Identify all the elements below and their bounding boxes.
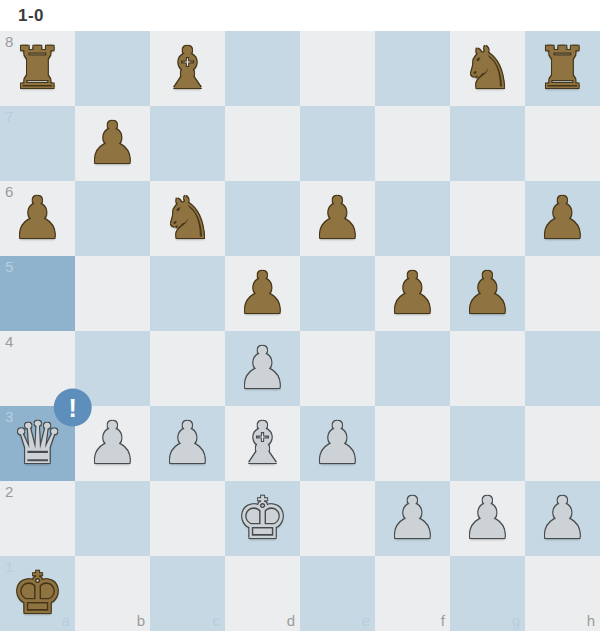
piece-black-pawn[interactable]: ♟ bbox=[375, 256, 450, 331]
rank-label-2: 2 bbox=[5, 484, 13, 499]
square-a8[interactable]: 8♜ bbox=[0, 31, 75, 106]
square-a7[interactable]: 7 bbox=[0, 106, 75, 181]
piece-white-pawn[interactable]: ♟ bbox=[375, 481, 450, 556]
square-f2[interactable]: ♟ bbox=[375, 481, 450, 556]
file-label-b: b bbox=[137, 613, 145, 628]
square-a1[interactable]: 1a♚ bbox=[0, 556, 75, 631]
square-c3[interactable]: ♟ bbox=[150, 406, 225, 481]
square-d6[interactable] bbox=[225, 181, 300, 256]
piece-white-king[interactable]: ♚ bbox=[225, 481, 300, 556]
move-annotation-badge: ! bbox=[54, 389, 92, 427]
square-e6[interactable]: ♟ bbox=[300, 181, 375, 256]
rank-label-5: 5 bbox=[5, 259, 13, 274]
piece-black-pawn[interactable]: ♟ bbox=[75, 106, 150, 181]
game-result: 1-0 bbox=[18, 6, 44, 26]
piece-black-rook[interactable]: ♜ bbox=[525, 31, 600, 106]
piece-black-knight[interactable]: ♞ bbox=[150, 181, 225, 256]
piece-black-rook[interactable]: ♜ bbox=[0, 31, 75, 106]
square-d2[interactable]: ♚ bbox=[225, 481, 300, 556]
square-e4[interactable] bbox=[300, 331, 375, 406]
square-a5[interactable]: 5 bbox=[0, 256, 75, 331]
square-g3[interactable] bbox=[450, 406, 525, 481]
square-b2[interactable] bbox=[75, 481, 150, 556]
piece-black-pawn[interactable]: ♟ bbox=[525, 181, 600, 256]
square-d8[interactable] bbox=[225, 31, 300, 106]
square-f6[interactable] bbox=[375, 181, 450, 256]
square-d5[interactable]: ♟ bbox=[225, 256, 300, 331]
square-c8[interactable]: ♝ bbox=[150, 31, 225, 106]
square-g7[interactable] bbox=[450, 106, 525, 181]
square-f3[interactable] bbox=[375, 406, 450, 481]
rank-label-4: 4 bbox=[5, 334, 13, 349]
square-f8[interactable] bbox=[375, 31, 450, 106]
square-f7[interactable] bbox=[375, 106, 450, 181]
square-e5[interactable] bbox=[300, 256, 375, 331]
square-g6[interactable] bbox=[450, 181, 525, 256]
square-a2[interactable]: 2 bbox=[0, 481, 75, 556]
square-h7[interactable] bbox=[525, 106, 600, 181]
rank-label-7: 7 bbox=[5, 109, 13, 124]
square-e7[interactable] bbox=[300, 106, 375, 181]
square-g1[interactable]: g bbox=[450, 556, 525, 631]
square-b1[interactable]: b bbox=[75, 556, 150, 631]
square-b7[interactable]: ♟ bbox=[75, 106, 150, 181]
square-d3[interactable]: ♝ bbox=[225, 406, 300, 481]
file-label-g: g bbox=[512, 613, 520, 628]
square-g2[interactable]: ♟ bbox=[450, 481, 525, 556]
square-h3[interactable] bbox=[525, 406, 600, 481]
game-screen: 1-0 8♜♝♞♜7♟6♟♞♟♟5♟♟♟4♟3♛!♟♟♝♟2♚♟♟♟1a♚bcd… bbox=[0, 0, 600, 631]
square-f4[interactable] bbox=[375, 331, 450, 406]
piece-white-bishop[interactable]: ♝ bbox=[225, 406, 300, 481]
square-c2[interactable] bbox=[150, 481, 225, 556]
square-c4[interactable] bbox=[150, 331, 225, 406]
square-c7[interactable] bbox=[150, 106, 225, 181]
piece-white-pawn[interactable]: ♟ bbox=[225, 331, 300, 406]
square-e8[interactable] bbox=[300, 31, 375, 106]
piece-black-knight[interactable]: ♞ bbox=[450, 31, 525, 106]
file-label-d: d bbox=[287, 613, 295, 628]
square-b5[interactable] bbox=[75, 256, 150, 331]
piece-black-pawn[interactable]: ♟ bbox=[225, 256, 300, 331]
square-d4[interactable]: ♟ bbox=[225, 331, 300, 406]
piece-white-pawn[interactable]: ♟ bbox=[525, 481, 600, 556]
square-h4[interactable] bbox=[525, 331, 600, 406]
square-h1[interactable]: h bbox=[525, 556, 600, 631]
square-b6[interactable] bbox=[75, 181, 150, 256]
square-h5[interactable] bbox=[525, 256, 600, 331]
square-d7[interactable] bbox=[225, 106, 300, 181]
square-e3[interactable]: ♟ bbox=[300, 406, 375, 481]
piece-black-king[interactable]: ♚ bbox=[0, 556, 75, 631]
piece-white-pawn[interactable]: ♟ bbox=[300, 406, 375, 481]
square-c1[interactable]: c bbox=[150, 556, 225, 631]
piece-black-pawn[interactable]: ♟ bbox=[300, 181, 375, 256]
square-h2[interactable]: ♟ bbox=[525, 481, 600, 556]
square-a6[interactable]: 6♟ bbox=[0, 181, 75, 256]
square-b8[interactable] bbox=[75, 31, 150, 106]
piece-white-pawn[interactable]: ♟ bbox=[150, 406, 225, 481]
square-e2[interactable] bbox=[300, 481, 375, 556]
square-g4[interactable] bbox=[450, 331, 525, 406]
square-h6[interactable]: ♟ bbox=[525, 181, 600, 256]
square-d1[interactable]: d bbox=[225, 556, 300, 631]
piece-black-pawn[interactable]: ♟ bbox=[0, 181, 75, 256]
square-g5[interactable]: ♟ bbox=[450, 256, 525, 331]
file-label-f: f bbox=[441, 613, 445, 628]
square-f5[interactable]: ♟ bbox=[375, 256, 450, 331]
square-h8[interactable]: ♜ bbox=[525, 31, 600, 106]
piece-black-bishop[interactable]: ♝ bbox=[150, 31, 225, 106]
square-c6[interactable]: ♞ bbox=[150, 181, 225, 256]
square-c5[interactable] bbox=[150, 256, 225, 331]
square-g8[interactable]: ♞ bbox=[450, 31, 525, 106]
file-label-e: e bbox=[362, 613, 370, 628]
square-f1[interactable]: f bbox=[375, 556, 450, 631]
piece-white-pawn[interactable]: ♟ bbox=[450, 481, 525, 556]
piece-black-pawn[interactable]: ♟ bbox=[450, 256, 525, 331]
result-bar: 1-0 bbox=[0, 0, 600, 31]
file-label-h: h bbox=[587, 613, 595, 628]
square-e1[interactable]: e bbox=[300, 556, 375, 631]
square-a3[interactable]: 3♛! bbox=[0, 406, 75, 481]
file-label-c: c bbox=[213, 613, 221, 628]
chess-board: 8♜♝♞♜7♟6♟♞♟♟5♟♟♟4♟3♛!♟♟♝♟2♚♟♟♟1a♚bcdefgh bbox=[0, 31, 600, 631]
